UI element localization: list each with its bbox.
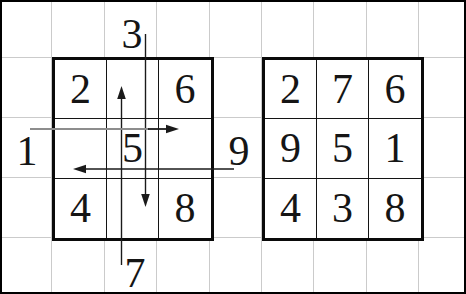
solution-cell-r2c2: 8 <box>369 179 421 238</box>
puzzle-cell-r1c0 <box>55 119 107 178</box>
puzzle-cell-r2c1 <box>107 179 159 238</box>
clue-bottom-7: 7 <box>125 252 146 294</box>
solution-cell-r0c2: 6 <box>369 60 421 119</box>
puzzle-cell-r1c2 <box>159 119 211 178</box>
magic-square-worksheet: 2 6 5 4 8 2 7 6 9 5 1 4 3 8 <box>0 0 466 294</box>
clue-top-3: 3 <box>122 13 143 55</box>
puzzle-cell-r1c1: 5 <box>107 119 159 178</box>
clue-right-9: 9 <box>229 130 250 172</box>
solution-cell-r0c1: 7 <box>317 60 369 119</box>
solution-cell-r0c0: 2 <box>265 60 317 119</box>
solution-cell-r1c1: 5 <box>317 119 369 178</box>
solution-cell-r1c0: 9 <box>265 119 317 178</box>
puzzle-cell-r2c2: 8 <box>159 179 211 238</box>
puzzle-cell-r0c0: 2 <box>55 60 107 119</box>
clue-left-1: 1 <box>17 130 38 172</box>
solution-cell-r1c2: 1 <box>369 119 421 178</box>
puzzle-cell-r0c1 <box>107 60 159 119</box>
puzzle-cell-r0c2: 6 <box>159 60 211 119</box>
solution-cell-r2c1: 3 <box>317 179 369 238</box>
puzzle-cell-r2c0: 4 <box>55 179 107 238</box>
solution-cell-r2c0: 4 <box>265 179 317 238</box>
solution-grid: 2 7 6 9 5 1 4 3 8 <box>262 57 424 241</box>
puzzle-grid: 2 6 5 4 8 <box>52 57 214 241</box>
